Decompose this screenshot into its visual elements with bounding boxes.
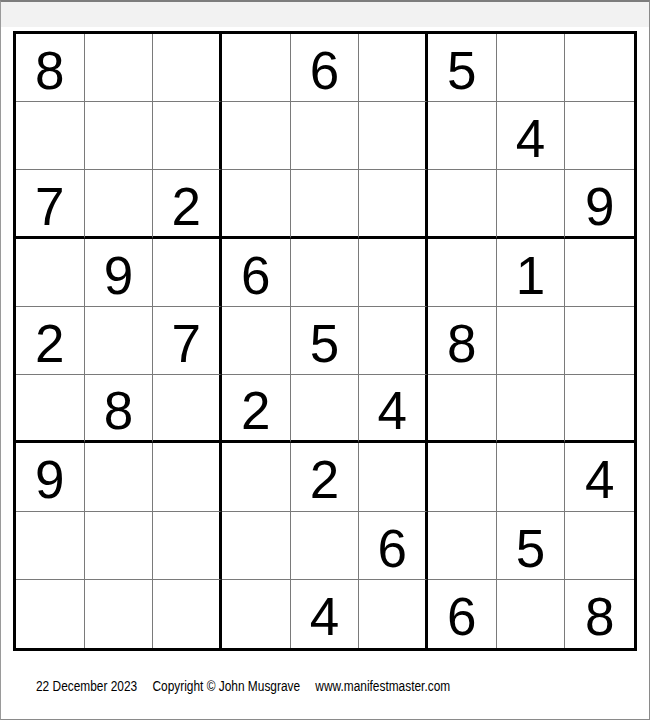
sudoku-cell-r9c3[interactable] [153,580,222,648]
sudoku-cell-r6c5[interactable] [291,375,360,443]
footer: 22 December 2023 Copyright © John Musgra… [36,678,450,694]
sudoku-cell-r9c7[interactable]: 6 [428,580,497,648]
sudoku-cell-r8c9[interactable] [565,512,634,580]
sudoku-cell-r9c2[interactable] [85,580,154,648]
sudoku-cell-r3c3[interactable]: 2 [153,170,222,238]
sudoku-cell-r7c9[interactable]: 4 [565,443,634,511]
sudoku-cell-r1c4[interactable] [222,34,291,102]
sudoku-cell-r2c9[interactable] [565,102,634,170]
sudoku-cell-r2c1[interactable] [16,102,85,170]
sudoku-cell-r9c4[interactable] [222,580,291,648]
sudoku-cell-r5c5[interactable]: 5 [291,307,360,375]
sudoku-cell-r5c9[interactable] [565,307,634,375]
sudoku-cell-r3c5[interactable] [291,170,360,238]
sudoku-cell-r7c8[interactable] [497,443,566,511]
sudoku-cell-r1c5[interactable]: 6 [291,34,360,102]
top-band [1,2,649,27]
sudoku-cell-r3c7[interactable] [428,170,497,238]
sudoku-cell-r8c5[interactable] [291,512,360,580]
sudoku-cell-r1c3[interactable] [153,34,222,102]
sudoku-cell-r2c6[interactable] [359,102,428,170]
sudoku-cell-r8c7[interactable] [428,512,497,580]
sudoku-cell-r4c1[interactable] [16,239,85,307]
sudoku-cell-r3c8[interactable] [497,170,566,238]
sudoku-cell-r1c7[interactable]: 5 [428,34,497,102]
sudoku-cell-r4c3[interactable] [153,239,222,307]
sudoku-cell-r6c4[interactable]: 2 [222,375,291,443]
sudoku-cell-r3c6[interactable] [359,170,428,238]
footer-copyright: Copyright © John Musgrave [152,678,300,694]
sudoku-cell-r3c1[interactable]: 7 [16,170,85,238]
sudoku-cell-r3c2[interactable] [85,170,154,238]
sudoku-cell-r2c8[interactable]: 4 [497,102,566,170]
sudoku-cell-r4c5[interactable] [291,239,360,307]
sudoku-cell-r9c6[interactable] [359,580,428,648]
sudoku-cell-r7c7[interactable] [428,443,497,511]
sudoku-cell-r5c1[interactable]: 2 [16,307,85,375]
sudoku-cell-r9c8[interactable] [497,580,566,648]
sudoku-cell-r4c8[interactable]: 1 [497,239,566,307]
sudoku-cell-r8c3[interactable] [153,512,222,580]
sudoku-cell-r3c9[interactable]: 9 [565,170,634,238]
sudoku-cell-r1c8[interactable] [497,34,566,102]
sudoku-cell-r6c2[interactable]: 8 [85,375,154,443]
sudoku-cell-r6c9[interactable] [565,375,634,443]
sudoku-cell-r4c6[interactable] [359,239,428,307]
sudoku-cell-r7c4[interactable] [222,443,291,511]
sudoku-cell-r8c8[interactable]: 5 [497,512,566,580]
sudoku-cell-r2c5[interactable] [291,102,360,170]
sudoku-cell-r3c4[interactable] [222,170,291,238]
sudoku-cell-r2c4[interactable] [222,102,291,170]
sudoku-cell-r7c6[interactable] [359,443,428,511]
sudoku-cell-r6c1[interactable] [16,375,85,443]
sudoku-cell-r6c8[interactable] [497,375,566,443]
sudoku-cell-r4c2[interactable]: 9 [85,239,154,307]
footer-date: 22 December 2023 [36,678,137,694]
sudoku-cell-r8c4[interactable] [222,512,291,580]
sudoku-cell-r2c7[interactable] [428,102,497,170]
sudoku-cell-r5c2[interactable] [85,307,154,375]
sudoku-cell-r4c9[interactable] [565,239,634,307]
sudoku-cell-r1c9[interactable] [565,34,634,102]
sudoku-cell-r8c2[interactable] [85,512,154,580]
sudoku-cell-r7c2[interactable] [85,443,154,511]
sudoku-cell-r5c8[interactable] [497,307,566,375]
sudoku-cell-r5c6[interactable] [359,307,428,375]
sudoku-cell-r6c3[interactable] [153,375,222,443]
sudoku-cell-r5c7[interactable]: 8 [428,307,497,375]
sudoku-cell-r2c3[interactable] [153,102,222,170]
sudoku-cell-r9c9[interactable]: 8 [565,580,634,648]
sudoku-cell-r1c6[interactable] [359,34,428,102]
sudoku-cell-r4c7[interactable] [428,239,497,307]
sudoku-board[interactable]: 8654729961275882492465468 [13,31,637,651]
sudoku-cell-r6c6[interactable]: 4 [359,375,428,443]
sudoku-cell-r1c2[interactable] [85,34,154,102]
sudoku-cell-r2c2[interactable] [85,102,154,170]
sudoku-cell-r4c4[interactable]: 6 [222,239,291,307]
sudoku-cell-r7c3[interactable] [153,443,222,511]
puzzle-page: 8654729961275882492465468 22 December 20… [0,0,650,720]
sudoku-cell-r5c4[interactable] [222,307,291,375]
sudoku-cell-r9c5[interactable]: 4 [291,580,360,648]
sudoku-cell-r9c1[interactable] [16,580,85,648]
sudoku-cell-r7c1[interactable]: 9 [16,443,85,511]
sudoku-cell-r6c7[interactable] [428,375,497,443]
footer-website: www.manifestmaster.com [315,678,450,694]
sudoku-cell-r7c5[interactable]: 2 [291,443,360,511]
sudoku-cell-r1c1[interactable]: 8 [16,34,85,102]
sudoku-cell-r8c6[interactable]: 6 [359,512,428,580]
sudoku-cell-r8c1[interactable] [16,512,85,580]
sudoku-cell-r5c3[interactable]: 7 [153,307,222,375]
